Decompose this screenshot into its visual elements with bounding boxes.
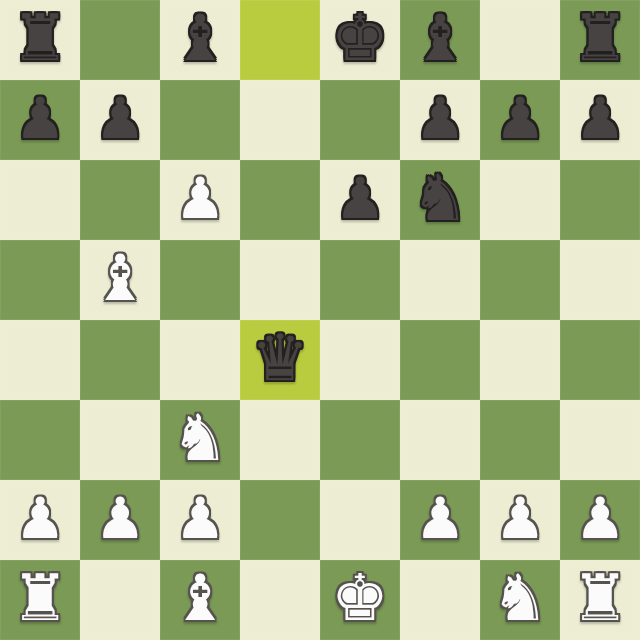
black-knight[interactable]: ♞ xyxy=(411,166,468,230)
square-f8[interactable]: ♝ xyxy=(400,0,480,80)
square-f2[interactable]: ♟ xyxy=(400,480,480,560)
square-h5[interactable] xyxy=(560,240,640,320)
square-c6[interactable]: ♟ xyxy=(160,160,240,240)
square-d6[interactable] xyxy=(240,160,320,240)
square-c4[interactable] xyxy=(160,320,240,400)
white-rook[interactable]: ♜ xyxy=(11,566,68,630)
square-a7[interactable]: ♟ xyxy=(0,80,80,160)
square-d1[interactable] xyxy=(240,560,320,640)
square-c1[interactable]: ♝ xyxy=(160,560,240,640)
square-g3[interactable] xyxy=(480,400,560,480)
square-e5[interactable] xyxy=(320,240,400,320)
white-pawn[interactable]: ♟ xyxy=(94,490,145,547)
white-pawn[interactable]: ♟ xyxy=(14,490,65,547)
square-e1[interactable]: ♚ xyxy=(320,560,400,640)
black-rook[interactable]: ♜ xyxy=(571,6,628,70)
square-d3[interactable] xyxy=(240,400,320,480)
square-b8[interactable] xyxy=(80,0,160,80)
square-g2[interactable]: ♟ xyxy=(480,480,560,560)
square-b6[interactable] xyxy=(80,160,160,240)
square-h3[interactable] xyxy=(560,400,640,480)
square-a2[interactable]: ♟ xyxy=(0,480,80,560)
square-a8[interactable]: ♜ xyxy=(0,0,80,80)
square-e3[interactable] xyxy=(320,400,400,480)
white-bishop[interactable]: ♝ xyxy=(91,246,148,310)
chess-board: ♜♝♚♝♜♟♟♟♟♟♟♟♞♝♛♞♟♟♟♟♟♟♜♝♚♞♜ xyxy=(0,0,640,640)
square-f5[interactable] xyxy=(400,240,480,320)
square-g7[interactable]: ♟ xyxy=(480,80,560,160)
square-d4[interactable]: ♛ xyxy=(240,320,320,400)
square-f1[interactable] xyxy=(400,560,480,640)
square-h7[interactable]: ♟ xyxy=(560,80,640,160)
square-a1[interactable]: ♜ xyxy=(0,560,80,640)
square-b2[interactable]: ♟ xyxy=(80,480,160,560)
square-h6[interactable] xyxy=(560,160,640,240)
white-pawn[interactable]: ♟ xyxy=(414,490,465,547)
white-bishop[interactable]: ♝ xyxy=(171,566,228,630)
square-h4[interactable] xyxy=(560,320,640,400)
square-f3[interactable] xyxy=(400,400,480,480)
square-a3[interactable] xyxy=(0,400,80,480)
square-b3[interactable] xyxy=(80,400,160,480)
square-f4[interactable] xyxy=(400,320,480,400)
white-knight[interactable]: ♞ xyxy=(171,406,228,470)
white-king[interactable]: ♚ xyxy=(331,566,388,630)
black-queen[interactable]: ♛ xyxy=(251,326,308,390)
square-b1[interactable] xyxy=(80,560,160,640)
black-rook[interactable]: ♜ xyxy=(11,6,68,70)
square-a5[interactable] xyxy=(0,240,80,320)
square-a6[interactable] xyxy=(0,160,80,240)
white-pawn[interactable]: ♟ xyxy=(494,490,545,547)
square-c7[interactable] xyxy=(160,80,240,160)
square-g5[interactable] xyxy=(480,240,560,320)
square-b7[interactable]: ♟ xyxy=(80,80,160,160)
square-g6[interactable] xyxy=(480,160,560,240)
square-e7[interactable] xyxy=(320,80,400,160)
square-d8[interactable] xyxy=(240,0,320,80)
square-d2[interactable] xyxy=(240,480,320,560)
square-e4[interactable] xyxy=(320,320,400,400)
square-b5[interactable]: ♝ xyxy=(80,240,160,320)
square-g4[interactable] xyxy=(480,320,560,400)
square-a4[interactable] xyxy=(0,320,80,400)
square-c2[interactable]: ♟ xyxy=(160,480,240,560)
square-e6[interactable]: ♟ xyxy=(320,160,400,240)
black-pawn[interactable]: ♟ xyxy=(94,90,145,147)
black-pawn[interactable]: ♟ xyxy=(494,90,545,147)
square-h8[interactable]: ♜ xyxy=(560,0,640,80)
square-c8[interactable]: ♝ xyxy=(160,0,240,80)
square-d7[interactable] xyxy=(240,80,320,160)
square-e8[interactable]: ♚ xyxy=(320,0,400,80)
square-d5[interactable] xyxy=(240,240,320,320)
square-f6[interactable]: ♞ xyxy=(400,160,480,240)
black-bishop[interactable]: ♝ xyxy=(171,6,228,70)
white-knight[interactable]: ♞ xyxy=(491,566,548,630)
white-pawn[interactable]: ♟ xyxy=(574,490,625,547)
square-g1[interactable]: ♞ xyxy=(480,560,560,640)
white-pawn[interactable]: ♟ xyxy=(174,170,225,227)
square-g8[interactable] xyxy=(480,0,560,80)
white-rook[interactable]: ♜ xyxy=(571,566,628,630)
square-e2[interactable] xyxy=(320,480,400,560)
black-pawn[interactable]: ♟ xyxy=(14,90,65,147)
square-c3[interactable]: ♞ xyxy=(160,400,240,480)
square-c5[interactable] xyxy=(160,240,240,320)
black-pawn[interactable]: ♟ xyxy=(574,90,625,147)
square-f7[interactable]: ♟ xyxy=(400,80,480,160)
black-king[interactable]: ♚ xyxy=(331,6,388,70)
square-h2[interactable]: ♟ xyxy=(560,480,640,560)
black-pawn[interactable]: ♟ xyxy=(334,170,385,227)
square-h1[interactable]: ♜ xyxy=(560,560,640,640)
black-pawn[interactable]: ♟ xyxy=(414,90,465,147)
square-b4[interactable] xyxy=(80,320,160,400)
white-pawn[interactable]: ♟ xyxy=(174,490,225,547)
black-bishop[interactable]: ♝ xyxy=(411,6,468,70)
